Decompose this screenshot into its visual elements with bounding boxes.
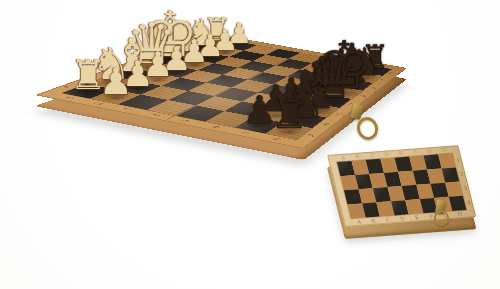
- coordinate-label-file: D: [394, 215, 410, 223]
- coordinate-label-file: C: [380, 216, 396, 224]
- coordinate-label-file: A: [351, 218, 367, 226]
- product-photo: AABBCCDDEEFFGGHH1122334455667788AABBCCDD…: [0, 0, 500, 289]
- coordinate-label-rank: 1: [454, 157, 462, 164]
- coordinate-label-file: B: [366, 217, 382, 225]
- coordinate-label-rank: 4: [465, 199, 473, 206]
- coordinate-label-rank: 2: [458, 171, 466, 178]
- folded-board-grid-outline: [336, 153, 467, 220]
- coordinate-label-file: E: [409, 214, 425, 222]
- folded-chessboard: AABBCCDDEEFFGGHH1234: [327, 145, 476, 227]
- coordinate-label-file: H: [452, 210, 468, 218]
- coordinate-label-rank: 3: [461, 185, 469, 192]
- open-chessboard: AABBCCDDEEFFGGHH1122334455667788: [35, 33, 407, 149]
